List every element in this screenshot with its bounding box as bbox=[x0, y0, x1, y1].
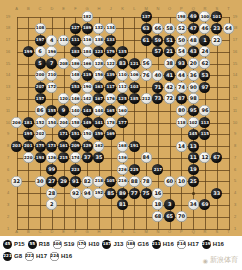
go-stone-white-126: 126 bbox=[46, 152, 57, 163]
go-stone-white-168: 168 bbox=[117, 141, 128, 152]
go-stone-white-60: 60 bbox=[164, 176, 175, 187]
go-stone-white-204: 204 bbox=[58, 117, 69, 128]
go-stone-black-163: 163 bbox=[93, 82, 104, 93]
go-stone-white-100: 100 bbox=[199, 11, 210, 22]
go-stone-white-150: 150 bbox=[82, 129, 93, 140]
go-stone-black-167: 167 bbox=[93, 93, 104, 104]
go-stone-white-128: 128 bbox=[93, 58, 104, 69]
coord-label: E bbox=[62, 7, 65, 11]
go-stone-white-158: 158 bbox=[70, 117, 81, 128]
coord-label: L bbox=[133, 7, 135, 11]
go-stone-white-154: 154 bbox=[46, 117, 57, 128]
go-stone-white-4: 4 bbox=[46, 35, 57, 46]
coord-label: O bbox=[168, 7, 171, 11]
go-stone-black-25: 25 bbox=[188, 176, 199, 187]
go-stone-white-226: 226 bbox=[117, 164, 128, 175]
go-stone-black-177: 177 bbox=[117, 117, 128, 128]
go-stone-white-160: 160 bbox=[117, 105, 128, 116]
coord-label: 17 bbox=[233, 38, 237, 42]
go-stone-white-30: 30 bbox=[35, 176, 46, 187]
coord-label: T bbox=[227, 230, 229, 234]
go-stone-black-49: 49 bbox=[188, 11, 199, 22]
caption-move-point: H16 bbox=[163, 241, 174, 247]
go-stone-white-132: 132 bbox=[93, 23, 104, 34]
coord-label: 2 bbox=[7, 215, 9, 219]
coord-label: 3 bbox=[234, 203, 236, 207]
go-stone-white-62: 62 bbox=[199, 58, 210, 69]
coord-label: 11 bbox=[6, 109, 10, 113]
go-stone-black-91: 91 bbox=[70, 176, 81, 187]
go-stone-white-218: 218 bbox=[93, 176, 104, 187]
go-stone-white-14: 14 bbox=[176, 141, 187, 152]
go-stone-white-174: 174 bbox=[70, 152, 81, 163]
go-stone-black-171: 171 bbox=[58, 129, 69, 140]
go-stone-white-110: 110 bbox=[117, 70, 128, 81]
go-stone-white-142: 142 bbox=[82, 93, 93, 104]
go-stone-black-155: 155 bbox=[46, 105, 57, 116]
go-stone-black-223: 223 bbox=[70, 164, 81, 175]
go-stone-white-136: 136 bbox=[117, 152, 128, 163]
coord-label: 15 bbox=[233, 62, 237, 66]
go-stone-black-19: 19 bbox=[188, 164, 199, 175]
go-stone-white-184: 184 bbox=[82, 46, 93, 57]
go-stone-white-86: 86 bbox=[35, 105, 46, 116]
go-stone-white-18: 18 bbox=[152, 199, 163, 210]
go-stone-black-139: 139 bbox=[105, 70, 116, 81]
coord-label: P bbox=[180, 230, 183, 234]
go-stone-black-63: 63 bbox=[141, 23, 152, 34]
go-stone-black-5: 5 bbox=[35, 58, 46, 69]
go-stone-black-197: 197 bbox=[35, 35, 46, 46]
go-stone-black-81: 81 bbox=[117, 199, 128, 210]
go-stone-black-97: 97 bbox=[199, 82, 210, 93]
caption-move-point: H16 bbox=[213, 241, 224, 247]
go-stone-white-72: 72 bbox=[164, 93, 175, 104]
go-stone-black-129: 129 bbox=[82, 141, 93, 152]
coord-label: B bbox=[27, 7, 30, 11]
coord-label: 19 bbox=[6, 15, 10, 19]
caption-move-point: P15 bbox=[14, 241, 25, 247]
go-stone-white-52: 52 bbox=[176, 23, 187, 34]
go-stone-black-67: 67 bbox=[211, 152, 222, 163]
go-stone-black-207: 207 bbox=[35, 82, 46, 93]
caption-move-point: R18 bbox=[39, 241, 50, 247]
go-stone-black-149: 149 bbox=[82, 117, 93, 128]
go-stone-black-183: 183 bbox=[70, 46, 81, 57]
go-stone-black-133: 133 bbox=[105, 35, 116, 46]
coord-label: H bbox=[98, 230, 101, 234]
go-stone-black-185: 185 bbox=[129, 93, 140, 104]
caption-move-stone: 188 bbox=[126, 240, 135, 249]
go-stone-white-20: 20 bbox=[188, 58, 199, 69]
coord-label: C bbox=[39, 230, 42, 234]
go-stone-white-120: 120 bbox=[58, 93, 69, 104]
go-stone-black-165: 165 bbox=[105, 105, 116, 116]
go-stone-black-95: 95 bbox=[188, 105, 199, 116]
go-stone-black-87: 87 bbox=[176, 93, 187, 104]
go-stone-black-217: 217 bbox=[152, 164, 163, 175]
goban-grid: AA1919BB1818CC1717DD1616EE1515FF1414GG13… bbox=[0, 0, 242, 236]
go-stone-white-96: 96 bbox=[199, 105, 210, 116]
go-stone-black-65: 65 bbox=[164, 211, 175, 222]
coord-label: H bbox=[98, 7, 101, 11]
coord-label: 5 bbox=[234, 179, 236, 183]
go-stone-black-61: 61 bbox=[141, 35, 152, 46]
coord-label: D bbox=[50, 7, 53, 11]
go-stone-white-172: 172 bbox=[46, 82, 57, 93]
go-stone-white-212: 212 bbox=[141, 93, 152, 104]
go-stone-black-145: 145 bbox=[188, 129, 199, 140]
coord-label: F bbox=[74, 7, 76, 11]
caption-move-stone: 221 bbox=[3, 252, 12, 261]
go-diagram: AA1919BB1818CC1717DD1616EE1515FF1414GG13… bbox=[0, 0, 242, 270]
go-stone-black-173: 173 bbox=[46, 141, 57, 152]
coord-label: A bbox=[15, 230, 18, 234]
go-stone-white-90: 90 bbox=[188, 82, 199, 93]
go-stone-white-118: 118 bbox=[176, 117, 187, 128]
go-stone-white-98: 98 bbox=[188, 93, 199, 104]
go-stone-white-178: 178 bbox=[105, 117, 116, 128]
go-stone-white-138: 138 bbox=[93, 35, 104, 46]
go-stone-black-29: 29 bbox=[58, 176, 69, 187]
go-stone-black-47: 47 bbox=[188, 23, 199, 34]
go-stone-white-34: 34 bbox=[188, 199, 199, 210]
caption-line: 45P1555R18104S19170H10187J13188G16211H16… bbox=[3, 238, 239, 250]
go-stone-white-56: 56 bbox=[141, 58, 152, 69]
coord-label: N bbox=[156, 7, 159, 11]
coord-label: K bbox=[121, 230, 124, 234]
go-stone-black-59: 59 bbox=[152, 35, 163, 46]
coord-label: 1 bbox=[234, 227, 236, 231]
go-stone-white-140: 140 bbox=[70, 105, 81, 116]
coord-label: A bbox=[15, 7, 18, 11]
go-stone-white-76: 76 bbox=[141, 70, 152, 81]
go-stone-white-46: 46 bbox=[199, 23, 210, 34]
coord-label: 3 bbox=[7, 203, 9, 207]
go-stone-white-22: 22 bbox=[211, 35, 222, 46]
go-stone-white-94: 94 bbox=[82, 188, 93, 199]
go-stone-white-6: 6 bbox=[35, 46, 46, 57]
go-stone-black-75: 75 bbox=[141, 188, 152, 199]
coord-label: 9 bbox=[234, 132, 236, 136]
go-stone-black-1: 1 bbox=[199, 35, 210, 46]
go-stone-black-161: 161 bbox=[58, 141, 69, 152]
coord-label: 4 bbox=[7, 191, 9, 195]
go-stone-black-121: 121 bbox=[129, 58, 140, 69]
go-stone-black-159: 159 bbox=[93, 129, 104, 140]
go-stone-black-195: 195 bbox=[23, 129, 34, 140]
go-stone-black-157: 157 bbox=[35, 93, 46, 104]
go-stone-white-54: 54 bbox=[176, 46, 187, 57]
go-stone-black-181: 181 bbox=[23, 117, 34, 128]
go-stone-white-48: 48 bbox=[188, 35, 199, 46]
go-stone-white-66: 66 bbox=[152, 23, 163, 34]
go-stone-black-89: 89 bbox=[117, 188, 128, 199]
coord-label: N bbox=[156, 230, 159, 234]
go-stone-white-74: 74 bbox=[176, 82, 187, 93]
go-stone-black-99: 99 bbox=[46, 164, 57, 175]
watermark-text: 新浪体育 bbox=[210, 255, 238, 265]
coord-label: 9 bbox=[7, 132, 9, 136]
caption-move-stone: 104 bbox=[53, 240, 62, 249]
go-stone-white-40: 40 bbox=[152, 70, 163, 81]
go-stone-black-175: 175 bbox=[35, 141, 46, 152]
go-stone-black-51: 51 bbox=[164, 35, 175, 46]
go-stone-black-123: 123 bbox=[93, 46, 104, 57]
caption-move-point: J13 bbox=[113, 241, 123, 247]
caption-move-point: G8 bbox=[14, 253, 22, 259]
go-stone-black-23: 23 bbox=[211, 23, 222, 34]
go-stone-white-12: 12 bbox=[199, 152, 210, 163]
go-stone-white-10: 10 bbox=[176, 176, 187, 187]
caption-move-point: S19 bbox=[64, 241, 75, 247]
go-stone-white-134: 134 bbox=[105, 23, 116, 34]
coord-label: S bbox=[215, 230, 218, 234]
go-stone-black-33: 33 bbox=[211, 188, 222, 199]
go-stone-white-78: 78 bbox=[141, 176, 152, 187]
go-stone-black-113: 113 bbox=[199, 117, 210, 128]
coord-label: F bbox=[74, 230, 76, 234]
star-point bbox=[192, 192, 195, 195]
coord-label: 18 bbox=[6, 26, 10, 30]
go-stone-white-216: 216 bbox=[117, 176, 128, 187]
caption-move-stone: 224 bbox=[50, 252, 59, 261]
go-stone-white-36: 36 bbox=[188, 70, 199, 81]
coord-label: 6 bbox=[7, 168, 9, 172]
go-stone-black-135: 135 bbox=[117, 46, 128, 57]
coord-label: 11 bbox=[233, 109, 237, 113]
coord-label: 12 bbox=[6, 97, 10, 101]
go-stone-white-114: 114 bbox=[58, 35, 69, 46]
coord-label: T bbox=[227, 7, 229, 11]
go-stone-white-200: 200 bbox=[35, 70, 46, 81]
go-stone-white-2: 2 bbox=[46, 199, 57, 210]
coord-label: 6 bbox=[234, 168, 236, 172]
go-stone-white-58: 58 bbox=[164, 23, 175, 34]
caption-move-point: H17 bbox=[188, 241, 199, 247]
coord-label: C bbox=[39, 7, 42, 11]
go-stone-white-32: 32 bbox=[11, 176, 22, 187]
go-stone-black-37: 37 bbox=[82, 152, 93, 163]
go-stone-black-103: 103 bbox=[129, 82, 140, 93]
go-stone-white-16: 16 bbox=[152, 188, 163, 199]
go-stone-black-199: 199 bbox=[23, 46, 34, 57]
go-stone-white-196: 196 bbox=[46, 46, 57, 57]
caption-move-point: H16 bbox=[61, 253, 72, 259]
coord-label: K bbox=[121, 7, 124, 11]
go-stone-black-13: 13 bbox=[188, 141, 199, 152]
go-stone-white-190: 190 bbox=[82, 82, 93, 93]
coord-label: 10 bbox=[6, 121, 10, 125]
go-stone-white-210: 210 bbox=[46, 70, 57, 81]
coord-label: M bbox=[144, 230, 147, 234]
go-stone-white-88: 88 bbox=[129, 176, 140, 187]
coord-label: 7 bbox=[7, 156, 9, 160]
coord-label: 17 bbox=[6, 38, 10, 42]
go-stone-black-151: 151 bbox=[70, 129, 81, 140]
caption-move-stone: 170 bbox=[77, 240, 86, 249]
coord-label: 14 bbox=[233, 73, 237, 77]
go-stone-white-42: 42 bbox=[164, 82, 175, 93]
go-stone-black-105: 105 bbox=[105, 176, 116, 187]
go-stone-white-186: 186 bbox=[70, 58, 81, 69]
go-stone-white-112: 112 bbox=[117, 82, 128, 93]
coord-label: R bbox=[204, 230, 207, 234]
coord-label: 12 bbox=[233, 97, 237, 101]
go-stone-black-93: 93 bbox=[176, 58, 187, 69]
coord-label: 2 bbox=[234, 215, 236, 219]
go-stone-white-116: 116 bbox=[82, 35, 93, 46]
caption-move-point: G16 bbox=[137, 241, 148, 247]
go-stone-white-182: 182 bbox=[82, 11, 93, 22]
coord-label: Q bbox=[192, 230, 195, 234]
go-stone-white-106: 106 bbox=[129, 70, 140, 81]
go-stone-black-125: 125 bbox=[117, 93, 128, 104]
coord-label: J bbox=[110, 7, 112, 11]
go-stone-white-146: 146 bbox=[70, 93, 81, 104]
coord-label: O bbox=[168, 230, 171, 234]
go-stone-black-83: 83 bbox=[117, 58, 128, 69]
caption-move-stone: 187 bbox=[102, 240, 111, 249]
go-stone-white-144: 144 bbox=[93, 105, 104, 116]
go-stone-white-202: 202 bbox=[35, 129, 46, 140]
coord-label: B bbox=[27, 230, 30, 234]
coord-label: D bbox=[50, 230, 53, 234]
coord-label: 1 bbox=[7, 227, 9, 231]
coord-label: 16 bbox=[6, 50, 10, 54]
go-stone-white-44: 44 bbox=[176, 70, 187, 81]
caption-move-stone: 55 bbox=[28, 240, 37, 249]
go-stone-black-41: 41 bbox=[164, 70, 175, 81]
go-stone-white-176: 176 bbox=[105, 93, 116, 104]
go-stone-black-143: 143 bbox=[82, 105, 93, 116]
caption-move-stone: 214 bbox=[177, 240, 186, 249]
go-stone-white-162: 162 bbox=[93, 141, 104, 152]
go-stone-white-68: 68 bbox=[152, 211, 163, 222]
coord-label: 8 bbox=[234, 144, 236, 148]
go-stone-white-198: 198 bbox=[176, 11, 187, 22]
caption-move-point: H17 bbox=[36, 253, 47, 259]
go-stone-black-11: 11 bbox=[188, 152, 199, 163]
go-stone-black-101: 101 bbox=[211, 11, 222, 22]
go-stone-black-115: 115 bbox=[199, 129, 210, 140]
go-stone-white-152: 152 bbox=[35, 117, 46, 128]
go-stone-black-3: 3 bbox=[164, 199, 175, 210]
go-stone-white-206: 206 bbox=[11, 117, 22, 128]
caption-move-stone: 222 bbox=[25, 252, 34, 261]
go-stone-black-71: 71 bbox=[152, 82, 163, 93]
coord-label: 4 bbox=[234, 191, 236, 195]
go-stone-black-137: 137 bbox=[141, 11, 152, 22]
go-stone-black-179: 179 bbox=[105, 46, 116, 57]
go-stone-white-50: 50 bbox=[176, 35, 187, 46]
go-stone-black-141: 141 bbox=[93, 117, 104, 128]
go-stone-white-92: 92 bbox=[70, 188, 81, 199]
go-stone-white-80: 80 bbox=[176, 105, 187, 116]
go-stone-black-77: 77 bbox=[129, 188, 140, 199]
go-stone-black-153: 153 bbox=[70, 82, 81, 93]
go-stone-black-209: 209 bbox=[70, 141, 81, 152]
go-stone-black-117: 117 bbox=[105, 82, 116, 93]
go-stone-black-57: 57 bbox=[152, 46, 163, 57]
watermark-sina-sports: ◉ 新浪体育 bbox=[203, 255, 238, 265]
go-stone-black-9: 9 bbox=[58, 105, 69, 116]
go-stone-black-21: 21 bbox=[164, 46, 175, 57]
go-stone-white-70: 70 bbox=[176, 211, 187, 222]
go-stone-black-201: 201 bbox=[23, 141, 34, 152]
go-stone-black-7: 7 bbox=[46, 58, 57, 69]
coord-label: L bbox=[133, 230, 135, 234]
coord-label: 14 bbox=[6, 73, 10, 77]
go-stone-black-43: 43 bbox=[188, 46, 199, 57]
go-stone-black-203: 203 bbox=[11, 141, 22, 152]
go-stone-white-208: 208 bbox=[58, 58, 69, 69]
go-stone-black-127: 127 bbox=[70, 23, 81, 34]
coord-label: 8 bbox=[7, 144, 9, 148]
go-stone-black-169: 169 bbox=[105, 129, 116, 140]
grid-line-h bbox=[17, 217, 230, 218]
go-stone-black-53: 53 bbox=[199, 70, 210, 81]
go-stone-black-35: 35 bbox=[93, 152, 104, 163]
go-stone-black-215: 215 bbox=[58, 152, 69, 163]
coord-label: 13 bbox=[6, 85, 10, 89]
go-stone-black-111: 111 bbox=[70, 35, 81, 46]
go-stone-white-166: 166 bbox=[82, 58, 93, 69]
go-stone-white-220: 220 bbox=[23, 152, 34, 163]
coord-label: 5 bbox=[7, 179, 9, 183]
coord-label: 16 bbox=[233, 50, 237, 54]
go-stone-white-82: 82 bbox=[82, 176, 93, 187]
coord-label: 19 bbox=[233, 15, 237, 19]
coord-label: G bbox=[86, 230, 89, 234]
coord-label: 15 bbox=[6, 62, 10, 66]
coord-label: 10 bbox=[233, 121, 237, 125]
go-stone-black-225: 225 bbox=[129, 164, 140, 175]
go-stone-black-27: 27 bbox=[46, 176, 57, 187]
go-stone-black-85: 85 bbox=[105, 188, 116, 199]
go-stone-white-122: 122 bbox=[105, 58, 116, 69]
go-stone-black-191: 191 bbox=[129, 141, 140, 152]
caption-move-stone: 219 bbox=[202, 240, 211, 249]
go-stone-black-69: 69 bbox=[199, 199, 210, 210]
go-stone-white-64: 64 bbox=[223, 23, 234, 34]
go-stone-white-84: 84 bbox=[141, 152, 152, 163]
go-stone-white-24: 24 bbox=[199, 46, 210, 57]
caption-move-stone: 45 bbox=[3, 240, 12, 249]
coord-label: 13 bbox=[233, 85, 237, 89]
coord-label: 7 bbox=[234, 156, 236, 160]
go-stone-black-73: 73 bbox=[152, 93, 163, 104]
caption-move-stone: 211 bbox=[152, 240, 161, 249]
go-stone-black-193: 193 bbox=[35, 152, 46, 163]
grid-line-v bbox=[229, 17, 230, 230]
go-stone-black-119: 119 bbox=[82, 70, 93, 81]
go-stone-white-102: 102 bbox=[188, 117, 199, 128]
go-stone-white-28: 28 bbox=[46, 188, 57, 199]
go-stone-white-192: 192 bbox=[93, 188, 104, 199]
go-stone-white-38: 38 bbox=[164, 58, 175, 69]
go-stone-black-189: 189 bbox=[82, 23, 93, 34]
go-stone-white-148: 148 bbox=[70, 70, 81, 81]
go-stone-white-108: 108 bbox=[35, 23, 46, 34]
caption-move-point: H10 bbox=[88, 241, 99, 247]
go-board: AA1919BB1818CC1717DD1616EE1515FF1414GG13… bbox=[0, 0, 242, 236]
sina-logo-icon: ◉ bbox=[203, 257, 208, 264]
coord-label: J bbox=[110, 230, 112, 234]
go-stone-white-156: 156 bbox=[93, 70, 104, 81]
coord-label: E bbox=[62, 230, 65, 234]
